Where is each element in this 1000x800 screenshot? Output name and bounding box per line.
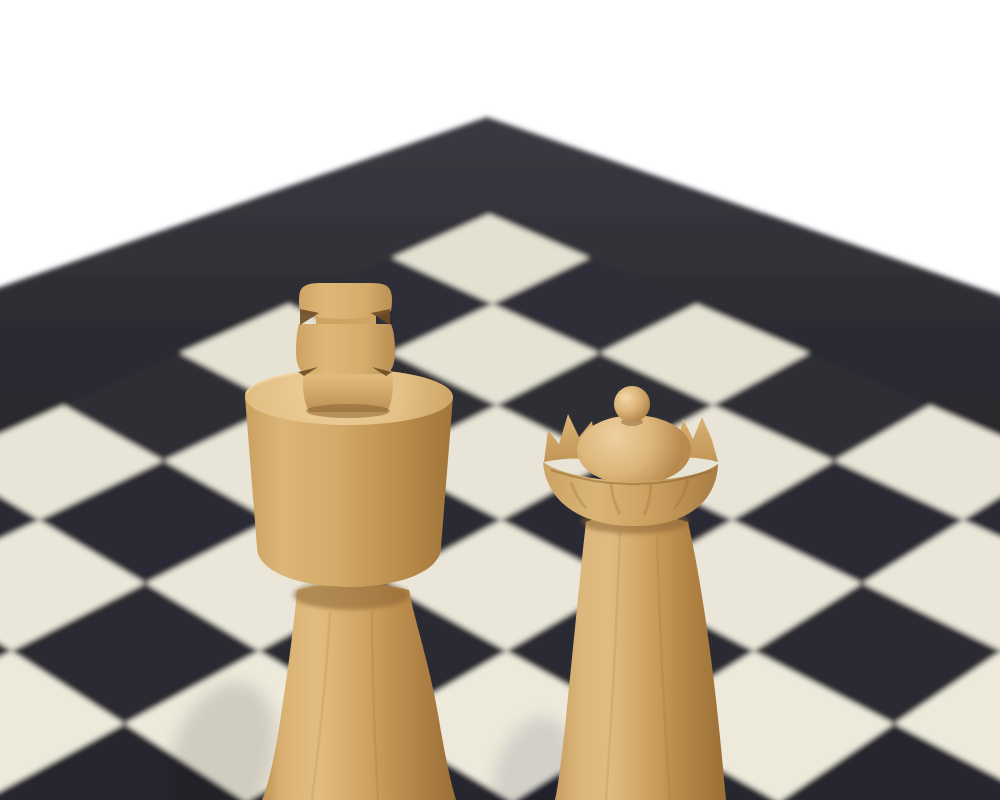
king-collar-crease: [306, 404, 390, 418]
queen-ball: [614, 386, 650, 422]
queen-ball-highlight: [620, 393, 632, 401]
king-cross-block: [296, 324, 395, 374]
photo-stage: [0, 0, 1000, 800]
chessboard-scene: [0, 0, 1000, 800]
